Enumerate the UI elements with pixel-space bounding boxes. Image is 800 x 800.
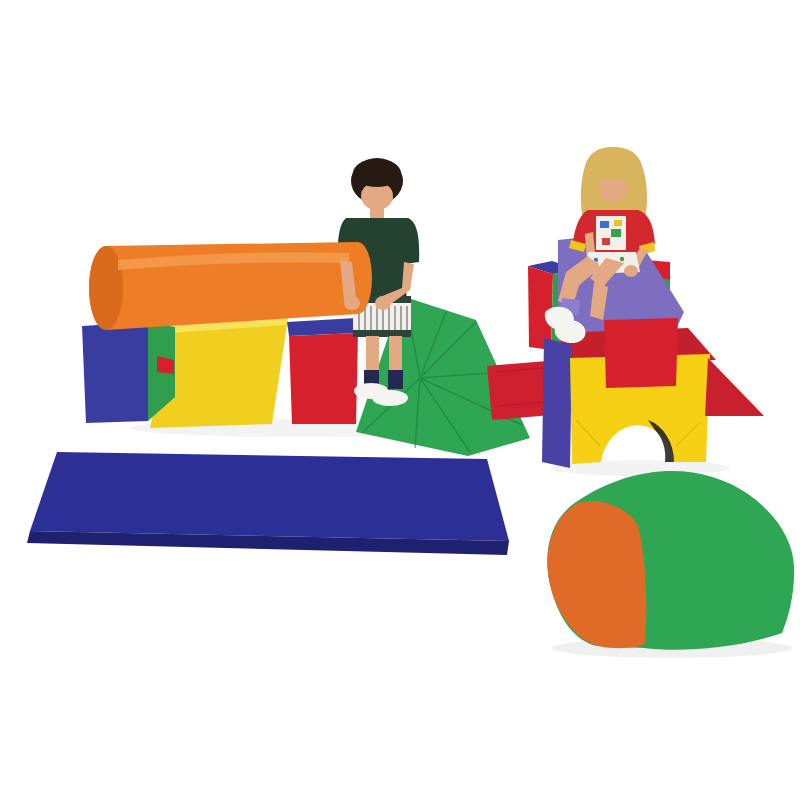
boy-right-leg <box>366 336 379 373</box>
top-cube <box>604 318 678 388</box>
girl-bangs <box>595 158 631 180</box>
boy-shorts-hem <box>353 330 411 337</box>
structure-blue-panel <box>542 338 572 468</box>
floor-mat <box>27 452 509 555</box>
boy-left-sock <box>388 370 403 389</box>
boy-right-hand <box>344 296 360 310</box>
soft-play-scene: Children's soft play foam climbing set w… <box>0 0 800 800</box>
doodle-green <box>611 229 621 237</box>
boy-left-hand <box>375 296 391 310</box>
girl-left-hand <box>624 265 638 277</box>
left-block-blue-front <box>82 322 148 423</box>
support-block-right <box>287 318 358 424</box>
product-photo: Children's soft play foam climbing set w… <box>0 0 800 800</box>
doodle-blue <box>600 221 609 228</box>
boy-left-leg <box>389 336 402 373</box>
roller-left-cap <box>89 246 123 330</box>
chimney-red-front <box>528 266 553 350</box>
doodle-yellow <box>614 220 622 226</box>
boy-neck <box>370 206 384 218</box>
floor-mat-top <box>30 452 509 541</box>
landing-mat <box>487 361 551 420</box>
right-block-red-front <box>289 333 358 424</box>
print-dot-green <box>620 257 624 261</box>
boy-left-shoe <box>372 390 408 406</box>
girl-right-hand <box>585 260 599 272</box>
doodle-red <box>602 238 610 245</box>
support-block-left <box>82 322 175 423</box>
boy-hair-top <box>353 159 401 187</box>
